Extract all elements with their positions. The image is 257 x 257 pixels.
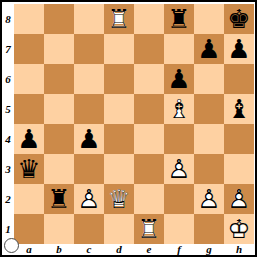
square-a5[interactable] (14, 94, 44, 124)
square-d7[interactable] (104, 34, 134, 64)
square-g8[interactable] (194, 4, 224, 34)
square-d4[interactable] (104, 124, 134, 154)
square-c8[interactable] (74, 4, 104, 34)
square-b6[interactable] (44, 64, 74, 94)
square-b3[interactable] (44, 154, 74, 184)
square-e1[interactable]: ♜♖ (134, 214, 164, 244)
square-b7[interactable] (44, 34, 74, 64)
black-pawn[interactable]: ♟ (194, 34, 224, 64)
square-h7[interactable]: ♟ (224, 34, 254, 64)
black-pawn[interactable]: ♟ (164, 64, 194, 94)
white-pawn[interactable]: ♟♙ (194, 184, 224, 214)
square-d5[interactable] (104, 94, 134, 124)
rank-label-5: 5 (2, 94, 14, 124)
square-f3[interactable]: ♟♙ (164, 154, 194, 184)
black-bishop[interactable]: ♝ (224, 94, 254, 124)
rank-labels: 87654321 (2, 4, 14, 244)
square-h4[interactable] (224, 124, 254, 154)
square-e3[interactable] (134, 154, 164, 184)
file-label-e: e (134, 244, 164, 255)
square-g3[interactable] (194, 154, 224, 184)
file-labels: abcdefgh (14, 244, 254, 255)
square-e5[interactable] (134, 94, 164, 124)
square-d2[interactable]: ♛♕ (104, 184, 134, 214)
white-to-move-indicator (4, 238, 19, 253)
square-e8[interactable] (134, 4, 164, 34)
square-f7[interactable] (164, 34, 194, 64)
black-queen[interactable]: ♛ (14, 154, 44, 184)
rank-label-8: 8 (2, 4, 14, 34)
square-d1[interactable] (104, 214, 134, 244)
white-king[interactable]: ♚♔ (224, 214, 254, 244)
square-h8[interactable]: ♚ (224, 4, 254, 34)
white-rook[interactable]: ♜♖ (134, 214, 164, 244)
square-f1[interactable] (164, 214, 194, 244)
square-a2[interactable] (14, 184, 44, 214)
rank-label-4: 4 (2, 124, 14, 154)
square-c5[interactable] (74, 94, 104, 124)
square-g4[interactable] (194, 124, 224, 154)
square-a8[interactable] (14, 4, 44, 34)
square-b4[interactable] (44, 124, 74, 154)
file-label-c: c (74, 244, 104, 255)
rank-label-2: 2 (2, 184, 14, 214)
rank-label-7: 7 (2, 34, 14, 64)
square-a4[interactable]: ♟ (14, 124, 44, 154)
square-c3[interactable] (74, 154, 104, 184)
black-rook[interactable]: ♜ (164, 4, 194, 34)
square-d3[interactable] (104, 154, 134, 184)
square-c6[interactable] (74, 64, 104, 94)
square-h1[interactable]: ♚♔ (224, 214, 254, 244)
rank-label-6: 6 (2, 64, 14, 94)
black-pawn[interactable]: ♟ (224, 34, 254, 64)
square-f2[interactable] (164, 184, 194, 214)
square-f4[interactable] (164, 124, 194, 154)
file-label-g: g (194, 244, 224, 255)
black-rook[interactable]: ♜ (44, 184, 74, 214)
square-e4[interactable] (134, 124, 164, 154)
square-b5[interactable] (44, 94, 74, 124)
square-f8[interactable]: ♜ (164, 4, 194, 34)
white-queen[interactable]: ♛♕ (104, 184, 134, 214)
file-label-b: b (44, 244, 74, 255)
white-bishop[interactable]: ♝♗ (164, 94, 194, 124)
square-g6[interactable] (194, 64, 224, 94)
black-pawn[interactable]: ♟ (74, 124, 104, 154)
square-a6[interactable] (14, 64, 44, 94)
square-e2[interactable] (134, 184, 164, 214)
square-d6[interactable] (104, 64, 134, 94)
file-label-f: f (164, 244, 194, 255)
square-f6[interactable]: ♟ (164, 64, 194, 94)
square-h6[interactable] (224, 64, 254, 94)
white-rook[interactable]: ♜♖ (104, 4, 134, 34)
square-g7[interactable]: ♟ (194, 34, 224, 64)
square-b2[interactable]: ♜ (44, 184, 74, 214)
square-b8[interactable] (44, 4, 74, 34)
white-pawn[interactable]: ♟♙ (224, 184, 254, 214)
square-b1[interactable] (44, 214, 74, 244)
chess-diagram: 87654321 ♜♖♜♚♟♟♟♝♗♝♟♟♛♟♙♜♟♙♛♕♟♙♟♙♜♖♚♔ ab… (0, 0, 257, 257)
square-e6[interactable] (134, 64, 164, 94)
square-a7[interactable] (14, 34, 44, 64)
rank-label-3: 3 (2, 154, 14, 184)
square-h3[interactable] (224, 154, 254, 184)
square-c2[interactable]: ♟♙ (74, 184, 104, 214)
square-g5[interactable] (194, 94, 224, 124)
square-h2[interactable]: ♟♙ (224, 184, 254, 214)
file-label-d: d (104, 244, 134, 255)
square-a1[interactable] (14, 214, 44, 244)
square-e7[interactable] (134, 34, 164, 64)
white-pawn[interactable]: ♟♙ (74, 184, 104, 214)
black-king[interactable]: ♚ (224, 4, 254, 34)
square-g1[interactable] (194, 214, 224, 244)
square-c7[interactable] (74, 34, 104, 64)
chess-board: ♜♖♜♚♟♟♟♝♗♝♟♟♛♟♙♜♟♙♛♕♟♙♟♙♜♖♚♔ (14, 4, 254, 244)
square-h5[interactable]: ♝ (224, 94, 254, 124)
file-label-h: h (224, 244, 254, 255)
square-g2[interactable]: ♟♙ (194, 184, 224, 214)
square-a3[interactable]: ♛ (14, 154, 44, 184)
square-f5[interactable]: ♝♗ (164, 94, 194, 124)
square-d8[interactable]: ♜♖ (104, 4, 134, 34)
white-pawn[interactable]: ♟♙ (164, 154, 194, 184)
black-pawn[interactable]: ♟ (14, 124, 44, 154)
square-c4[interactable]: ♟ (74, 124, 104, 154)
square-c1[interactable] (74, 214, 104, 244)
